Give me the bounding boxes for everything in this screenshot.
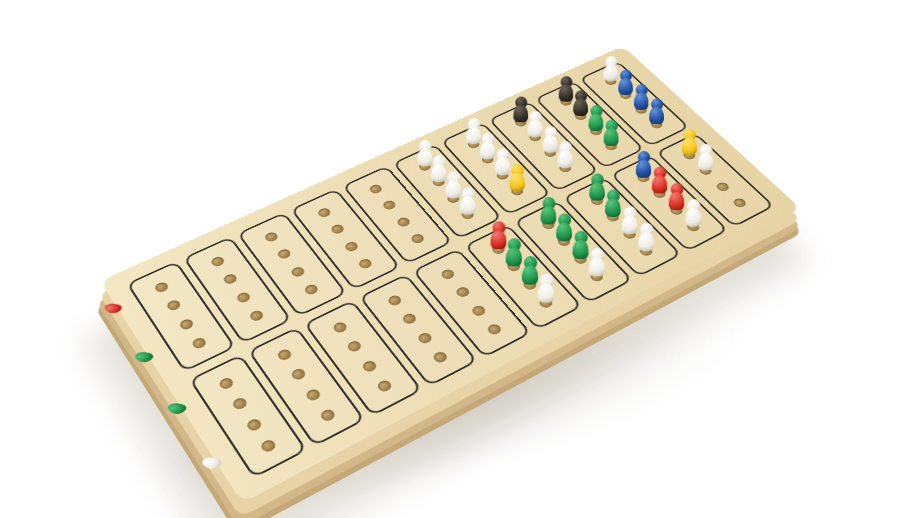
peg-body [605,199,621,218]
hole-4[interactable] [637,245,654,258]
hole-4[interactable] [409,233,425,245]
peg-white[interactable] [557,141,572,168]
peg-body [557,150,572,168]
peg-body [513,105,528,123]
peg-body [556,223,572,242]
peg-green[interactable] [605,190,621,218]
peg-body [686,208,702,227]
peg-body [446,180,462,198]
peg-green[interactable] [506,238,522,266]
hole-4[interactable] [259,438,277,454]
hole-2[interactable] [573,111,589,122]
hole-1[interactable] [316,207,332,219]
hole-2[interactable] [698,165,714,176]
peg-body [491,230,507,249]
hole-1[interactable] [603,76,618,86]
peg-blue[interactable] [649,98,664,124]
hole-3[interactable] [494,169,510,180]
peg-body [682,137,697,155]
peg-body [522,265,538,284]
peg-white[interactable] [495,148,510,175]
hole-4[interactable] [537,296,554,309]
peg-white[interactable] [460,187,476,215]
hole-2[interactable] [222,273,239,286]
hole-3[interactable] [245,417,263,432]
hole-1[interactable] [264,231,280,243]
hole-2[interactable] [454,286,471,299]
hole-1[interactable] [218,376,236,391]
hole-4[interactable] [557,162,573,173]
hole-2[interactable] [652,188,668,200]
peg-body [621,215,637,234]
hole-4[interactable] [685,220,702,232]
peg-body [574,99,589,117]
peg-body [559,84,574,101]
hole-4[interactable] [303,283,320,296]
peg-black[interactable] [513,97,528,123]
peg-green[interactable] [589,174,605,201]
peg-body [589,182,605,201]
hole-1[interactable] [439,268,456,281]
peg-body [589,113,604,131]
peg-blue[interactable] [636,151,651,178]
hole-3[interactable] [304,387,322,402]
hole-2[interactable] [289,368,307,382]
peg-body [669,191,685,210]
peg-white[interactable] [466,118,481,144]
peg-white[interactable] [686,199,702,227]
hole-3[interactable] [572,253,589,266]
hole-4[interactable] [649,119,665,130]
peg-body [541,206,557,225]
hole-3[interactable] [542,147,558,158]
peg-body [528,120,543,138]
hole-2[interactable] [556,235,573,247]
peg-red[interactable] [491,221,507,249]
peg-white[interactable] [589,248,605,277]
peg-white[interactable] [480,133,495,160]
peg-body [538,283,555,303]
hole-3[interactable] [470,304,487,317]
peg-blue[interactable] [619,70,634,96]
peg-body [572,240,588,259]
hole-2[interactable] [527,132,543,143]
peg-body [542,135,557,153]
hole-3[interactable] [290,265,307,278]
hole-1[interactable] [153,281,170,294]
peg-white[interactable] [542,126,557,152]
hole-2[interactable] [605,211,622,223]
hole-1[interactable] [368,184,384,196]
peg-body [652,175,668,193]
peg-body [589,257,605,276]
peg-green[interactable] [541,197,557,225]
hole-4[interactable] [588,270,605,283]
peg-black[interactable] [574,90,589,116]
peg-body [480,142,495,160]
hole-1[interactable] [276,348,293,362]
peg-black[interactable] [559,76,574,102]
hole-4[interactable] [431,350,449,364]
hole-2[interactable] [231,397,249,412]
peg-body [638,232,654,251]
peg-yellow[interactable] [682,129,697,156]
hole-1[interactable] [332,321,349,335]
hole-3[interactable] [522,278,539,291]
hole-3[interactable] [416,331,433,345]
peg-body [604,64,618,81]
peg-body [460,196,476,215]
peg-body [466,126,481,144]
scene [0,0,920,518]
hole-3[interactable] [178,317,195,331]
peg-body [604,128,619,146]
peg-red[interactable] [652,167,668,194]
hole-2[interactable] [276,248,292,261]
hole-1[interactable] [209,256,225,269]
hole-2[interactable] [346,340,363,354]
hole-2[interactable] [381,200,397,212]
hole-4[interactable] [190,336,207,350]
peg-body [649,107,664,125]
hole-3[interactable] [588,125,604,136]
hole-3[interactable] [343,240,359,252]
hole-3[interactable] [361,359,379,373]
peg-white[interactable] [604,56,618,81]
hole-3[interactable] [668,204,685,216]
hole-3[interactable] [715,181,731,193]
hole-2[interactable] [480,154,496,165]
peg-green[interactable] [556,214,572,242]
hole-4[interactable] [376,378,394,393]
hole-3[interactable] [395,216,411,228]
hole-3[interactable] [633,104,649,115]
peg-white[interactable] [621,206,637,234]
photo-stage [0,0,920,518]
peg-white[interactable] [538,273,555,302]
peg-white[interactable] [638,223,654,251]
peg-white[interactable] [528,111,543,137]
hole-4[interactable] [357,257,374,270]
hole-4[interactable] [460,208,476,220]
hole-1[interactable] [636,172,652,183]
peg-body [634,92,649,109]
hole-2[interactable] [330,223,346,235]
peg-white[interactable] [446,171,462,198]
peg-green[interactable] [522,256,538,285]
hole-4[interactable] [248,309,265,323]
peg-white[interactable] [698,144,713,171]
hole-4[interactable] [509,185,525,197]
hole-2[interactable] [401,312,418,326]
hole-2[interactable] [506,260,523,273]
hole-1[interactable] [559,97,574,107]
hole-2[interactable] [618,90,633,100]
peg-body [509,173,524,191]
peg-green[interactable] [572,231,588,259]
peg-blue[interactable] [634,84,649,110]
hole-3[interactable] [235,291,252,304]
hole-1[interactable] [513,117,528,128]
peg-yellow[interactable] [509,164,524,191]
peg-body [636,160,651,178]
peg-body [698,153,713,171]
peg-green[interactable] [589,105,604,131]
hole-4[interactable] [731,197,748,209]
hole-4[interactable] [318,408,336,423]
hole-3[interactable] [621,228,638,240]
hole-4[interactable] [603,140,619,151]
hole-1[interactable] [589,195,605,207]
peg-green[interactable] [604,119,619,145]
hole-4[interactable] [485,323,503,337]
peg-body [495,157,510,175]
hole-1[interactable] [386,294,403,307]
peg-red[interactable] [669,183,685,210]
peg-body [506,247,522,266]
hole-1[interactable] [540,219,557,231]
peg-body [619,78,634,95]
hole-1[interactable] [682,150,698,161]
hole-2[interactable] [165,299,182,312]
